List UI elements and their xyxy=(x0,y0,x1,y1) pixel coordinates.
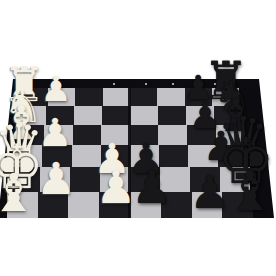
square-b5 xyxy=(130,106,158,125)
chess-set-photo: ♟♜♟♜♞♞♟♝♝♟♟♛♛♟♟♚♚♟♟♟♟♝♝ xyxy=(0,0,276,276)
square-a4 xyxy=(103,88,130,106)
square-a5 xyxy=(130,88,157,106)
piece-white-pawn-f2: ♟ xyxy=(36,157,76,201)
piece-white-bishop-f1: ♝ xyxy=(0,167,38,219)
frame-speck xyxy=(172,83,174,85)
square-b4 xyxy=(102,106,130,125)
piece-black-bishop-f8: ♝ xyxy=(225,164,274,219)
square-a6 xyxy=(157,88,184,106)
square-b6 xyxy=(158,106,186,125)
piece-white-pawn-a2: ♟ xyxy=(41,72,72,107)
frame-speck xyxy=(145,83,147,85)
frame-speck xyxy=(113,83,115,85)
square-a3 xyxy=(75,88,102,106)
piece-white-pawn-f4: ♟ xyxy=(96,165,137,211)
piece-black-pawn-f5: ♟ xyxy=(132,165,173,211)
square-b3 xyxy=(74,106,102,125)
